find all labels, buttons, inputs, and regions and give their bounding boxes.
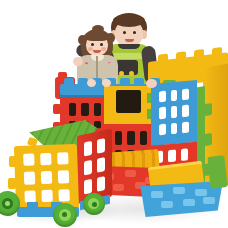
floor-knob [161,201,173,208]
product-photo-stage [0,0,228,228]
waffle-hole [41,171,52,184]
roof-knob [194,49,204,57]
cart-wheel [83,193,105,215]
boy-vest-print-wheel [119,71,124,76]
waffle-hole [159,107,166,119]
waffle-hole [57,152,68,165]
roof-knob [158,54,168,62]
blue-wall-panel-upper-right [151,80,197,146]
waffle-hole [140,131,147,145]
connector-knob [203,133,212,146]
boy-vest-print-wheel [129,71,134,76]
waffle-hole [182,89,189,101]
roof-knob [212,47,222,55]
waffle-hole [171,122,178,134]
girl-eye [91,43,94,46]
cart-yellow-front-panel [14,144,79,211]
waffle-hole [97,176,105,192]
roof-knob [176,51,186,59]
waffle-hole [115,131,122,145]
waffle-hole [97,157,105,173]
wheel-pin [62,212,67,217]
waffle-hole [97,138,105,154]
boy-collar [118,44,140,49]
boy-eye [123,31,126,34]
floor-knob [113,184,124,191]
boy-hair-fringe [113,14,145,27]
waffle-hole [40,153,51,166]
waffle-hole [58,171,69,184]
floor-knob [173,187,185,194]
waffle-hole [159,123,166,135]
cart-tab [9,156,17,167]
girl-hand [87,79,96,87]
cart-wheel [53,203,77,227]
floor-knob [151,191,163,198]
waffle-hole [84,141,92,157]
waffle-hole [159,91,166,103]
waffle-hole [41,189,52,202]
waffle-hole [94,103,101,116]
ledge-knob [120,78,130,85]
ledge-knob [134,78,144,85]
dark-window-opening [116,90,141,113]
waffle-hole [84,160,92,176]
girl-cheek [101,47,106,51]
boy-eye [133,31,136,34]
floor-knob [203,197,215,204]
boy-vest-band [112,53,144,59]
waffle-hole [182,105,189,117]
waffle-hole [127,131,134,145]
waffle-hole [168,149,175,161]
waffle-hole [24,172,35,185]
waffle-hole [69,103,76,116]
waffle-hole [84,179,92,195]
connector-knob [203,103,212,116]
wheel-pin [5,201,10,206]
floor-knob [195,189,207,196]
waffle-hole [181,148,188,160]
waffle-hole [24,190,35,203]
waffle-hole [58,189,69,202]
girl-hand [102,79,111,87]
ledge-knob [64,78,74,85]
waffle-hole [81,103,88,116]
floor-knob [183,199,195,206]
wheel-pin [92,202,97,207]
waffle-hole [23,153,34,166]
green-block-bottom-right [207,155,227,189]
cart-tab [8,178,16,189]
waffle-hole [182,121,189,133]
boy-hand-on-shoulder [73,57,83,66]
waffle-hole [171,106,178,118]
girl-eye [100,43,103,46]
boy-hand-on-ledge [146,79,157,88]
girl-hair-fringe [85,31,109,41]
wall-tab [53,104,61,114]
waffle-hole [171,90,178,102]
floor-knob [125,170,136,177]
